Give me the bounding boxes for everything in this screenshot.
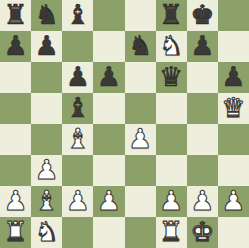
square-b1[interactable]: ♞ (31, 217, 62, 248)
white-pawn[interactable]: ♟ (190, 187, 214, 214)
square-c6[interactable]: ♟ (62, 62, 93, 93)
square-d8[interactable] (93, 0, 124, 31)
square-f8[interactable]: ♜ (156, 0, 187, 31)
black-rook[interactable]: ♜ (159, 1, 183, 28)
square-a7[interactable]: ♟ (0, 31, 31, 62)
square-f7[interactable]: ♞ (156, 31, 187, 62)
square-e6[interactable] (125, 62, 156, 93)
black-pawn[interactable]: ♟ (66, 63, 90, 90)
square-f2[interactable]: ♟ (156, 186, 187, 217)
white-knight[interactable]: ♞ (35, 218, 59, 245)
white-pawn[interactable]: ♟ (66, 187, 90, 214)
square-e5[interactable] (125, 93, 156, 124)
white-rook[interactable]: ♜ (159, 218, 183, 245)
square-c4[interactable]: ♝ (62, 124, 93, 155)
square-g7[interactable]: ♟ (187, 31, 218, 62)
square-g5[interactable] (187, 93, 218, 124)
square-d4[interactable] (93, 124, 124, 155)
square-b8[interactable]: ♞ (31, 0, 62, 31)
square-e4[interactable]: ♟ (125, 124, 156, 155)
white-knight[interactable]: ♞ (159, 32, 183, 59)
square-d3[interactable] (93, 155, 124, 186)
black-pawn[interactable]: ♟ (190, 32, 214, 59)
square-c5[interactable]: ♝ (62, 93, 93, 124)
square-h7[interactable] (218, 31, 249, 62)
square-f4[interactable] (156, 124, 187, 155)
square-g6[interactable] (187, 62, 218, 93)
square-f5[interactable] (156, 93, 187, 124)
square-a2[interactable]: ♟ (0, 186, 31, 217)
white-queen[interactable]: ♛ (221, 94, 245, 121)
white-rook[interactable]: ♜ (3, 218, 27, 245)
square-h8[interactable] (218, 0, 249, 31)
square-c8[interactable]: ♝ (62, 0, 93, 31)
square-f6[interactable]: ♛ (156, 62, 187, 93)
square-g3[interactable] (187, 155, 218, 186)
square-f3[interactable] (156, 155, 187, 186)
square-f1[interactable]: ♜ (156, 217, 187, 248)
black-king[interactable]: ♚ (190, 1, 214, 28)
black-bishop[interactable]: ♝ (66, 94, 90, 121)
black-pawn[interactable]: ♟ (3, 32, 27, 59)
square-h5[interactable]: ♛ (218, 93, 249, 124)
square-g2[interactable]: ♟ (187, 186, 218, 217)
square-d6[interactable]: ♟ (93, 62, 124, 93)
square-d7[interactable] (93, 31, 124, 62)
square-b7[interactable]: ♟ (31, 31, 62, 62)
black-knight[interactable]: ♞ (128, 32, 152, 59)
square-a3[interactable] (0, 155, 31, 186)
white-bishop[interactable]: ♝ (66, 125, 90, 152)
square-h6[interactable]: ♟ (218, 62, 249, 93)
black-knight[interactable]: ♞ (35, 1, 59, 28)
square-h4[interactable] (218, 124, 249, 155)
square-b4[interactable] (31, 124, 62, 155)
square-d2[interactable]: ♟ (93, 186, 124, 217)
square-e3[interactable] (125, 155, 156, 186)
square-b3[interactable]: ♟ (31, 155, 62, 186)
square-c3[interactable] (62, 155, 93, 186)
white-pawn[interactable]: ♟ (3, 187, 27, 214)
square-c2[interactable]: ♟ (62, 186, 93, 217)
square-a6[interactable] (0, 62, 31, 93)
white-pawn[interactable]: ♟ (159, 187, 183, 214)
black-bishop[interactable]: ♝ (66, 1, 90, 28)
square-b6[interactable] (31, 62, 62, 93)
square-e7[interactable]: ♞ (125, 31, 156, 62)
square-g1[interactable]: ♚ (187, 217, 218, 248)
square-g8[interactable]: ♚ (187, 0, 218, 31)
square-b5[interactable] (31, 93, 62, 124)
square-e1[interactable] (125, 217, 156, 248)
square-a8[interactable]: ♜ (0, 0, 31, 31)
white-pawn[interactable]: ♟ (128, 125, 152, 152)
black-queen[interactable]: ♛ (159, 63, 183, 90)
square-a5[interactable] (0, 93, 31, 124)
square-b2[interactable]: ♝ (31, 186, 62, 217)
white-bishop[interactable]: ♝ (35, 187, 59, 214)
square-c7[interactable] (62, 31, 93, 62)
chess-board: ♜♞♝♜♚♟♟♞♞♟♟♟♛♟♝♛♝♟♟♟♝♟♟♟♟♟♜♞♜♚ (0, 0, 249, 248)
black-pawn[interactable]: ♟ (221, 63, 245, 90)
white-king[interactable]: ♚ (190, 218, 214, 245)
square-c1[interactable] (62, 217, 93, 248)
black-pawn[interactable]: ♟ (35, 32, 59, 59)
square-e8[interactable] (125, 0, 156, 31)
white-pawn[interactable]: ♟ (221, 187, 245, 214)
square-d1[interactable] (93, 217, 124, 248)
white-pawn[interactable]: ♟ (97, 187, 121, 214)
white-pawn[interactable]: ♟ (35, 156, 59, 183)
square-a4[interactable] (0, 124, 31, 155)
black-rook[interactable]: ♜ (3, 1, 27, 28)
square-d5[interactable] (93, 93, 124, 124)
square-g4[interactable] (187, 124, 218, 155)
black-pawn[interactable]: ♟ (97, 63, 121, 90)
square-a1[interactable]: ♜ (0, 217, 31, 248)
square-h1[interactable] (218, 217, 249, 248)
square-h2[interactable]: ♟ (218, 186, 249, 217)
square-h3[interactable] (218, 155, 249, 186)
square-e2[interactable] (125, 186, 156, 217)
